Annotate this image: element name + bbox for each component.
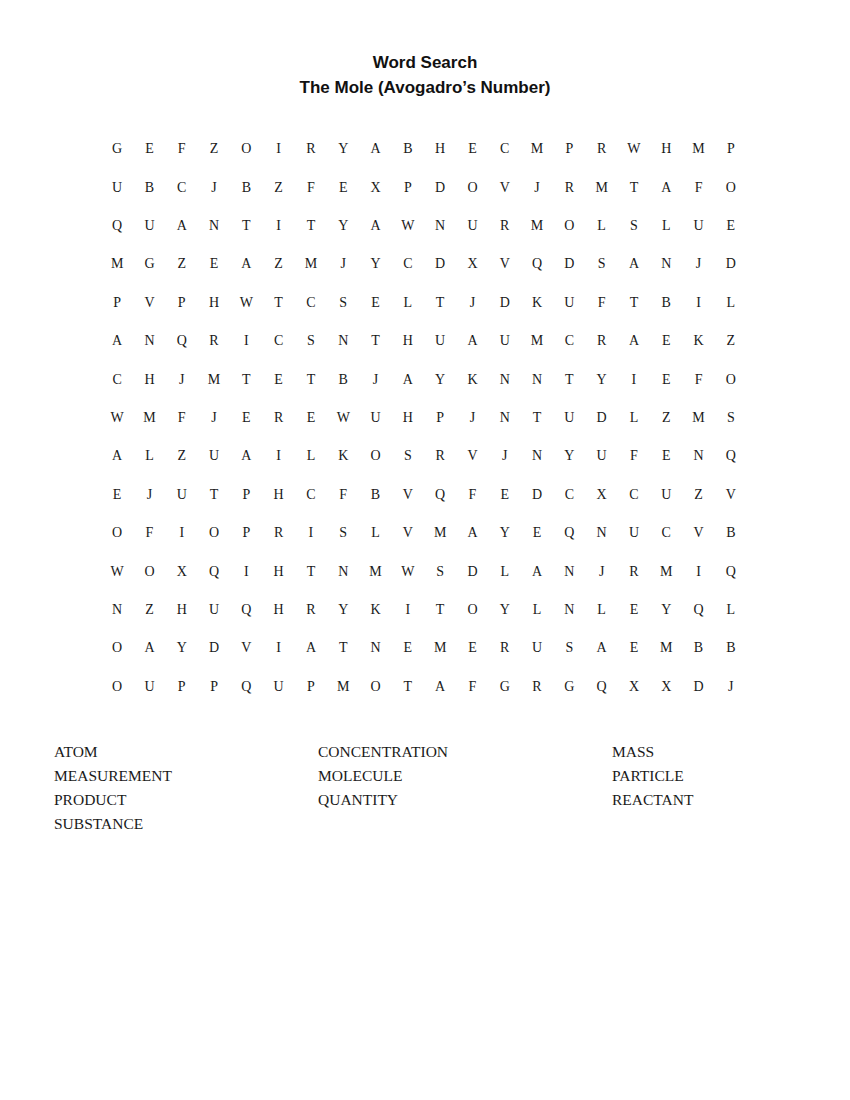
grid-cell-r3-c12[interactable]: U [456,207,488,245]
grid-cell-r5-c6[interactable]: T [262,284,294,322]
grid-cell-r15-c11[interactable]: A [424,668,456,706]
grid-cell-r14-c16[interactable]: A [585,629,617,667]
grid-cell-r4-c6[interactable]: Z [262,245,294,283]
grid-cell-r14-c10[interactable]: E [392,629,424,667]
grid-cell-r7-c19[interactable]: F [682,360,714,398]
grid-cell-r6-c13[interactable]: U [489,322,521,360]
grid-cell-r5-c7[interactable]: C [295,284,327,322]
grid-cell-r5-c3[interactable]: P [166,284,198,322]
grid-cell-r10-c16[interactable]: X [585,476,617,514]
grid-cell-r11-c19[interactable]: V [682,514,714,552]
grid-cell-r15-c15[interactable]: G [553,668,585,706]
grid-cell-r4-c14[interactable]: Q [521,245,553,283]
grid-cell-r14-c9[interactable]: N [359,629,391,667]
grid-cell-r12-c6[interactable]: H [262,552,294,590]
grid-cell-r7-c16[interactable]: Y [585,360,617,398]
grid-cell-r2-c18[interactable]: A [650,168,682,206]
grid-cell-r1-c19[interactable]: M [682,130,714,168]
grid-cell-r2-c16[interactable]: M [585,168,617,206]
grid-cell-r7-c1[interactable]: C [101,360,133,398]
grid-cell-r1-c14[interactable]: M [521,130,553,168]
grid-cell-r5-c10[interactable]: L [392,284,424,322]
grid-cell-r8-c5[interactable]: E [230,399,262,437]
grid-cell-r6-c20[interactable]: Z [715,322,747,360]
grid-cell-r3-c16[interactable]: L [585,207,617,245]
grid-cell-r7-c6[interactable]: E [262,360,294,398]
grid-cell-r11-c14[interactable]: E [521,514,553,552]
grid-cell-r1-c12[interactable]: E [456,130,488,168]
grid-cell-r14-c20[interactable]: B [715,629,747,667]
grid-cell-r5-c16[interactable]: F [585,284,617,322]
grid-cell-r11-c4[interactable]: O [198,514,230,552]
grid-cell-r3-c10[interactable]: W [392,207,424,245]
grid-cell-r7-c2[interactable]: H [133,360,165,398]
grid-cell-r1-c20[interactable]: P [715,130,747,168]
grid-cell-r8-c17[interactable]: L [618,399,650,437]
grid-cell-r5-c17[interactable]: T [618,284,650,322]
grid-cell-r12-c19[interactable]: I [682,552,714,590]
grid-cell-r8-c15[interactable]: U [553,399,585,437]
grid-cell-r6-c12[interactable]: A [456,322,488,360]
grid-cell-r7-c18[interactable]: E [650,360,682,398]
grid-cell-r10-c11[interactable]: Q [424,476,456,514]
grid-cell-r6-c6[interactable]: C [262,322,294,360]
grid-cell-r1-c1[interactable]: G [101,130,133,168]
grid-cell-r12-c13[interactable]: L [489,552,521,590]
grid-cell-r14-c12[interactable]: E [456,629,488,667]
grid-cell-r8-c4[interactable]: J [198,399,230,437]
grid-cell-r3-c11[interactable]: N [424,207,456,245]
grid-cell-r8-c9[interactable]: U [359,399,391,437]
grid-cell-r3-c6[interactable]: I [262,207,294,245]
grid-cell-r15-c17[interactable]: X [618,668,650,706]
grid-cell-r6-c8[interactable]: N [327,322,359,360]
grid-cell-r9-c2[interactable]: L [133,437,165,475]
grid-cell-r2-c3[interactable]: C [166,168,198,206]
grid-cell-r12-c14[interactable]: A [521,552,553,590]
grid-cell-r11-c15[interactable]: Q [553,514,585,552]
grid-cell-r7-c5[interactable]: T [230,360,262,398]
grid-cell-r4-c4[interactable]: E [198,245,230,283]
grid-cell-r13-c7[interactable]: R [295,591,327,629]
grid-cell-r14-c13[interactable]: R [489,629,521,667]
grid-cell-r9-c1[interactable]: A [101,437,133,475]
grid-cell-r9-c19[interactable]: N [682,437,714,475]
grid-cell-r9-c15[interactable]: Y [553,437,585,475]
grid-cell-r3-c18[interactable]: L [650,207,682,245]
grid-cell-r10-c4[interactable]: T [198,476,230,514]
grid-cell-r2-c4[interactable]: J [198,168,230,206]
grid-cell-r15-c12[interactable]: F [456,668,488,706]
grid-cell-r14-c8[interactable]: T [327,629,359,667]
grid-cell-r3-c15[interactable]: O [553,207,585,245]
grid-cell-r10-c12[interactable]: F [456,476,488,514]
grid-cell-r3-c4[interactable]: N [198,207,230,245]
grid-cell-r10-c5[interactable]: P [230,476,262,514]
grid-cell-r8-c2[interactable]: M [133,399,165,437]
grid-cell-r14-c19[interactable]: B [682,629,714,667]
grid-cell-r15-c19[interactable]: D [682,668,714,706]
grid-cell-r15-c7[interactable]: P [295,668,327,706]
grid-cell-r13-c12[interactable]: O [456,591,488,629]
grid-cell-r10-c19[interactable]: Z [682,476,714,514]
grid-cell-r4-c11[interactable]: D [424,245,456,283]
grid-cell-r8-c16[interactable]: D [585,399,617,437]
grid-cell-r11-c2[interactable]: F [133,514,165,552]
grid-cell-r11-c3[interactable]: I [166,514,198,552]
grid-cell-r2-c14[interactable]: J [521,168,553,206]
grid-cell-r7-c15[interactable]: T [553,360,585,398]
grid-cell-r9-c17[interactable]: F [618,437,650,475]
grid-cell-r3-c17[interactable]: S [618,207,650,245]
grid-cell-r11-c6[interactable]: R [262,514,294,552]
grid-cell-r6-c9[interactable]: T [359,322,391,360]
grid-cell-r11-c13[interactable]: Y [489,514,521,552]
grid-cell-r8-c3[interactable]: F [166,399,198,437]
grid-cell-r8-c19[interactable]: M [682,399,714,437]
grid-cell-r11-c7[interactable]: I [295,514,327,552]
grid-cell-r8-c14[interactable]: T [521,399,553,437]
grid-cell-r1-c15[interactable]: P [553,130,585,168]
grid-cell-r10-c8[interactable]: F [327,476,359,514]
grid-cell-r14-c1[interactable]: O [101,629,133,667]
grid-cell-r6-c4[interactable]: R [198,322,230,360]
grid-cell-r15-c18[interactable]: X [650,668,682,706]
grid-cell-r8-c8[interactable]: W [327,399,359,437]
grid-cell-r12-c7[interactable]: T [295,552,327,590]
grid-cell-r9-c12[interactable]: V [456,437,488,475]
grid-cell-r1-c17[interactable]: W [618,130,650,168]
grid-cell-r15-c6[interactable]: U [262,668,294,706]
grid-cell-r4-c9[interactable]: Y [359,245,391,283]
grid-cell-r5-c5[interactable]: W [230,284,262,322]
grid-cell-r10-c7[interactable]: C [295,476,327,514]
grid-cell-r9-c4[interactable]: U [198,437,230,475]
grid-cell-r4-c7[interactable]: M [295,245,327,283]
grid-cell-r3-c14[interactable]: M [521,207,553,245]
grid-cell-r8-c12[interactable]: J [456,399,488,437]
grid-cell-r11-c18[interactable]: C [650,514,682,552]
grid-cell-r14-c11[interactable]: M [424,629,456,667]
grid-cell-r1-c4[interactable]: Z [198,130,230,168]
grid-cell-r14-c4[interactable]: D [198,629,230,667]
grid-cell-r4-c13[interactable]: V [489,245,521,283]
grid-cell-r12-c10[interactable]: W [392,552,424,590]
grid-cell-r2-c1[interactable]: U [101,168,133,206]
grid-cell-r2-c6[interactable]: Z [262,168,294,206]
grid-cell-r14-c2[interactable]: A [133,629,165,667]
grid-cell-r1-c11[interactable]: H [424,130,456,168]
grid-cell-r5-c13[interactable]: D [489,284,521,322]
grid-cell-r10-c14[interactable]: D [521,476,553,514]
grid-cell-r8-c7[interactable]: E [295,399,327,437]
grid-cell-r15-c2[interactable]: U [133,668,165,706]
grid-cell-r10-c2[interactable]: J [133,476,165,514]
grid-cell-r13-c3[interactable]: H [166,591,198,629]
grid-cell-r15-c4[interactable]: P [198,668,230,706]
grid-cell-r12-c1[interactable]: W [101,552,133,590]
grid-cell-r9-c11[interactable]: R [424,437,456,475]
grid-cell-r11-c20[interactable]: B [715,514,747,552]
grid-cell-r3-c19[interactable]: U [682,207,714,245]
grid-cell-r15-c14[interactable]: R [521,668,553,706]
grid-cell-r15-c9[interactable]: O [359,668,391,706]
grid-cell-r9-c7[interactable]: L [295,437,327,475]
grid-cell-r13-c2[interactable]: Z [133,591,165,629]
grid-cell-r15-c20[interactable]: J [715,668,747,706]
grid-cell-r12-c15[interactable]: N [553,552,585,590]
grid-cell-r7-c8[interactable]: B [327,360,359,398]
grid-cell-r10-c3[interactable]: U [166,476,198,514]
grid-cell-r7-c9[interactable]: J [359,360,391,398]
grid-cell-r10-c17[interactable]: C [618,476,650,514]
grid-cell-r6-c17[interactable]: A [618,322,650,360]
grid-cell-r3-c20[interactable]: E [715,207,747,245]
grid-cell-r1-c5[interactable]: O [230,130,262,168]
grid-cell-r8-c1[interactable]: W [101,399,133,437]
grid-cell-r2-c15[interactable]: R [553,168,585,206]
grid-cell-r3-c2[interactable]: U [133,207,165,245]
grid-cell-r12-c20[interactable]: Q [715,552,747,590]
grid-cell-r15-c13[interactable]: G [489,668,521,706]
grid-cell-r10-c1[interactable]: E [101,476,133,514]
grid-cell-r5-c4[interactable]: H [198,284,230,322]
grid-cell-r1-c7[interactable]: R [295,130,327,168]
grid-cell-r13-c20[interactable]: L [715,591,747,629]
grid-cell-r5-c8[interactable]: S [327,284,359,322]
grid-cell-r3-c9[interactable]: A [359,207,391,245]
grid-cell-r5-c14[interactable]: K [521,284,553,322]
grid-cell-r8-c13[interactable]: N [489,399,521,437]
grid-cell-r11-c10[interactable]: V [392,514,424,552]
grid-cell-r9-c6[interactable]: I [262,437,294,475]
grid-cell-r6-c5[interactable]: I [230,322,262,360]
grid-cell-r4-c20[interactable]: D [715,245,747,283]
grid-cell-r7-c20[interactable]: O [715,360,747,398]
grid-cell-r13-c8[interactable]: Y [327,591,359,629]
grid-cell-r2-c7[interactable]: F [295,168,327,206]
grid-cell-r2-c5[interactable]: B [230,168,262,206]
grid-cell-r3-c3[interactable]: A [166,207,198,245]
grid-cell-r5-c19[interactable]: I [682,284,714,322]
grid-cell-r11-c1[interactable]: O [101,514,133,552]
grid-cell-r5-c20[interactable]: L [715,284,747,322]
grid-cell-r9-c9[interactable]: O [359,437,391,475]
grid-cell-r10-c6[interactable]: H [262,476,294,514]
grid-cell-r3-c13[interactable]: R [489,207,521,245]
grid-cell-r7-c17[interactable]: I [618,360,650,398]
grid-cell-r1-c6[interactable]: I [262,130,294,168]
grid-cell-r9-c3[interactable]: Z [166,437,198,475]
grid-cell-r14-c15[interactable]: S [553,629,585,667]
grid-cell-r12-c11[interactable]: S [424,552,456,590]
grid-cell-r5-c1[interactable]: P [101,284,133,322]
grid-cell-r7-c10[interactable]: A [392,360,424,398]
grid-cell-r7-c13[interactable]: N [489,360,521,398]
grid-cell-r2-c20[interactable]: O [715,168,747,206]
grid-cell-r4-c19[interactable]: J [682,245,714,283]
grid-cell-r7-c4[interactable]: M [198,360,230,398]
grid-cell-r6-c18[interactable]: E [650,322,682,360]
grid-cell-r13-c19[interactable]: Q [682,591,714,629]
grid-cell-r2-c10[interactable]: P [392,168,424,206]
grid-cell-r8-c18[interactable]: Z [650,399,682,437]
grid-cell-r2-c8[interactable]: E [327,168,359,206]
grid-cell-r12-c9[interactable]: M [359,552,391,590]
grid-cell-r6-c11[interactable]: U [424,322,456,360]
grid-cell-r13-c10[interactable]: I [392,591,424,629]
grid-cell-r11-c9[interactable]: L [359,514,391,552]
grid-cell-r11-c5[interactable]: P [230,514,262,552]
grid-cell-r14-c6[interactable]: I [262,629,294,667]
grid-cell-r13-c5[interactable]: Q [230,591,262,629]
grid-cell-r12-c17[interactable]: R [618,552,650,590]
grid-cell-r12-c8[interactable]: N [327,552,359,590]
grid-cell-r6-c1[interactable]: A [101,322,133,360]
grid-cell-r3-c7[interactable]: T [295,207,327,245]
grid-cell-r6-c3[interactable]: Q [166,322,198,360]
grid-cell-r12-c18[interactable]: M [650,552,682,590]
grid-cell-r12-c3[interactable]: X [166,552,198,590]
grid-cell-r3-c5[interactable]: T [230,207,262,245]
grid-cell-r13-c11[interactable]: T [424,591,456,629]
grid-cell-r4-c15[interactable]: D [553,245,585,283]
grid-cell-r1-c3[interactable]: F [166,130,198,168]
grid-cell-r15-c5[interactable]: Q [230,668,262,706]
grid-cell-r13-c14[interactable]: L [521,591,553,629]
grid-cell-r2-c11[interactable]: D [424,168,456,206]
grid-cell-r10-c9[interactable]: B [359,476,391,514]
grid-cell-r13-c16[interactable]: L [585,591,617,629]
grid-cell-r5-c2[interactable]: V [133,284,165,322]
grid-cell-r9-c8[interactable]: K [327,437,359,475]
grid-cell-r11-c17[interactable]: U [618,514,650,552]
grid-cell-r5-c18[interactable]: B [650,284,682,322]
grid-cell-r14-c18[interactable]: M [650,629,682,667]
grid-cell-r1-c9[interactable]: A [359,130,391,168]
grid-cell-r9-c13[interactable]: J [489,437,521,475]
grid-cell-r7-c3[interactable]: J [166,360,198,398]
grid-cell-r1-c8[interactable]: Y [327,130,359,168]
grid-cell-r11-c8[interactable]: S [327,514,359,552]
grid-cell-r3-c8[interactable]: Y [327,207,359,245]
grid-cell-r11-c11[interactable]: M [424,514,456,552]
grid-cell-r1-c16[interactable]: R [585,130,617,168]
grid-cell-r15-c8[interactable]: M [327,668,359,706]
grid-cell-r4-c2[interactable]: G [133,245,165,283]
grid-cell-r14-c3[interactable]: Y [166,629,198,667]
grid-cell-r12-c5[interactable]: I [230,552,262,590]
grid-cell-r15-c1[interactable]: O [101,668,133,706]
grid-cell-r6-c15[interactable]: C [553,322,585,360]
grid-cell-r2-c13[interactable]: V [489,168,521,206]
grid-cell-r6-c7[interactable]: S [295,322,327,360]
grid-cell-r7-c12[interactable]: K [456,360,488,398]
grid-cell-r2-c9[interactable]: X [359,168,391,206]
grid-cell-r9-c10[interactable]: S [392,437,424,475]
grid-cell-r4-c8[interactable]: J [327,245,359,283]
grid-cell-r9-c16[interactable]: U [585,437,617,475]
grid-cell-r12-c12[interactable]: D [456,552,488,590]
grid-cell-r13-c1[interactable]: N [101,591,133,629]
grid-cell-r1-c2[interactable]: E [133,130,165,168]
grid-cell-r6-c16[interactable]: R [585,322,617,360]
grid-cell-r11-c16[interactable]: N [585,514,617,552]
grid-cell-r9-c20[interactable]: Q [715,437,747,475]
grid-cell-r5-c11[interactable]: T [424,284,456,322]
grid-cell-r5-c12[interactable]: J [456,284,488,322]
grid-cell-r2-c2[interactable]: B [133,168,165,206]
grid-cell-r4-c5[interactable]: A [230,245,262,283]
grid-cell-r4-c16[interactable]: S [585,245,617,283]
grid-cell-r1-c10[interactable]: B [392,130,424,168]
grid-cell-r6-c14[interactable]: M [521,322,553,360]
grid-cell-r10-c15[interactable]: C [553,476,585,514]
grid-cell-r12-c4[interactable]: Q [198,552,230,590]
grid-cell-r5-c9[interactable]: E [359,284,391,322]
grid-cell-r13-c15[interactable]: N [553,591,585,629]
grid-cell-r14-c5[interactable]: V [230,629,262,667]
grid-cell-r11-c12[interactable]: A [456,514,488,552]
grid-cell-r9-c18[interactable]: E [650,437,682,475]
grid-cell-r8-c20[interactable]: S [715,399,747,437]
grid-cell-r13-c4[interactable]: U [198,591,230,629]
grid-cell-r7-c14[interactable]: N [521,360,553,398]
grid-cell-r7-c11[interactable]: Y [424,360,456,398]
grid-cell-r3-c1[interactable]: Q [101,207,133,245]
grid-cell-r4-c17[interactable]: A [618,245,650,283]
grid-cell-r8-c11[interactable]: P [424,399,456,437]
grid-cell-r6-c2[interactable]: N [133,322,165,360]
grid-cell-r8-c10[interactable]: H [392,399,424,437]
grid-cell-r13-c6[interactable]: H [262,591,294,629]
grid-cell-r4-c18[interactable]: N [650,245,682,283]
grid-cell-r1-c18[interactable]: H [650,130,682,168]
grid-cell-r9-c14[interactable]: N [521,437,553,475]
grid-cell-r14-c14[interactable]: U [521,629,553,667]
grid-cell-r4-c12[interactable]: X [456,245,488,283]
grid-cell-r13-c18[interactable]: Y [650,591,682,629]
grid-cell-r15-c16[interactable]: Q [585,668,617,706]
grid-cell-r4-c1[interactable]: M [101,245,133,283]
grid-cell-r7-c7[interactable]: T [295,360,327,398]
grid-cell-r9-c5[interactable]: A [230,437,262,475]
grid-cell-r15-c10[interactable]: T [392,668,424,706]
grid-cell-r4-c3[interactable]: Z [166,245,198,283]
grid-cell-r5-c15[interactable]: U [553,284,585,322]
grid-cell-r8-c6[interactable]: R [262,399,294,437]
grid-cell-r1-c13[interactable]: C [489,130,521,168]
grid-cell-r10-c18[interactable]: U [650,476,682,514]
grid-cell-r6-c10[interactable]: H [392,322,424,360]
grid-cell-r2-c12[interactable]: O [456,168,488,206]
grid-cell-r10-c10[interactable]: V [392,476,424,514]
grid-cell-r10-c20[interactable]: V [715,476,747,514]
grid-cell-r14-c7[interactable]: A [295,629,327,667]
grid-cell-r13-c17[interactable]: E [618,591,650,629]
grid-cell-r6-c19[interactable]: K [682,322,714,360]
grid-cell-r12-c2[interactable]: O [133,552,165,590]
grid-cell-r2-c19[interactable]: F [682,168,714,206]
grid-cell-r10-c13[interactable]: E [489,476,521,514]
grid-cell-r2-c17[interactable]: T [618,168,650,206]
grid-cell-r4-c10[interactable]: C [392,245,424,283]
grid-cell-r12-c16[interactable]: J [585,552,617,590]
grid-cell-r13-c13[interactable]: Y [489,591,521,629]
grid-cell-r13-c9[interactable]: K [359,591,391,629]
grid-cell-r14-c17[interactable]: E [618,629,650,667]
grid-cell-r15-c3[interactable]: P [166,668,198,706]
